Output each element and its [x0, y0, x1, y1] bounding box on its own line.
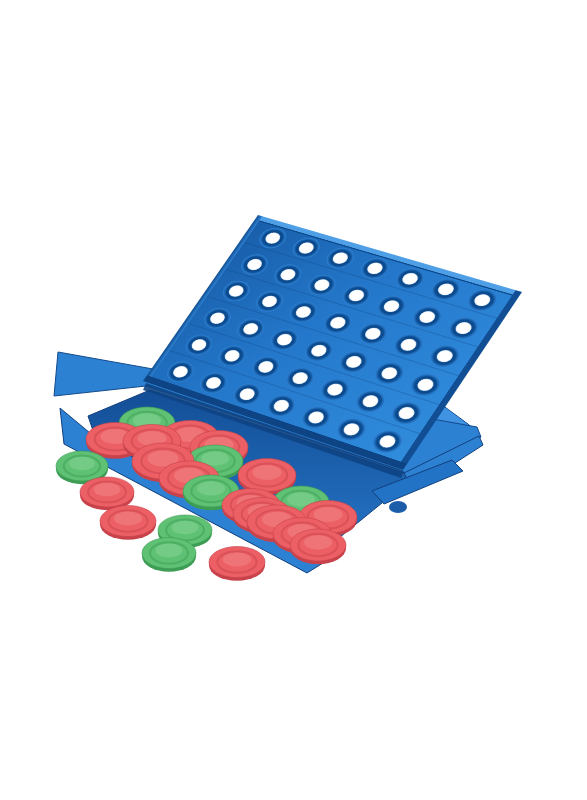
disc-highlight — [304, 535, 332, 549]
disc-highlight — [69, 457, 95, 471]
disc-highlight — [253, 465, 282, 480]
product-photo — [0, 0, 587, 800]
disc-highlight — [114, 512, 142, 526]
disc-highlight — [172, 521, 199, 535]
stand-foot — [389, 501, 407, 513]
disc-highlight — [223, 553, 251, 567]
disc-highlight — [156, 544, 183, 558]
disc-highlight — [197, 481, 225, 495]
disc-highlight — [94, 483, 121, 497]
discs — [56, 407, 357, 581]
scene-in-front-of-board — [0, 0, 587, 800]
red-disc-table — [100, 506, 156, 540]
red-disc-table — [209, 547, 265, 581]
red-disc-tray — [290, 529, 346, 564]
green-disc-table — [142, 538, 196, 572]
